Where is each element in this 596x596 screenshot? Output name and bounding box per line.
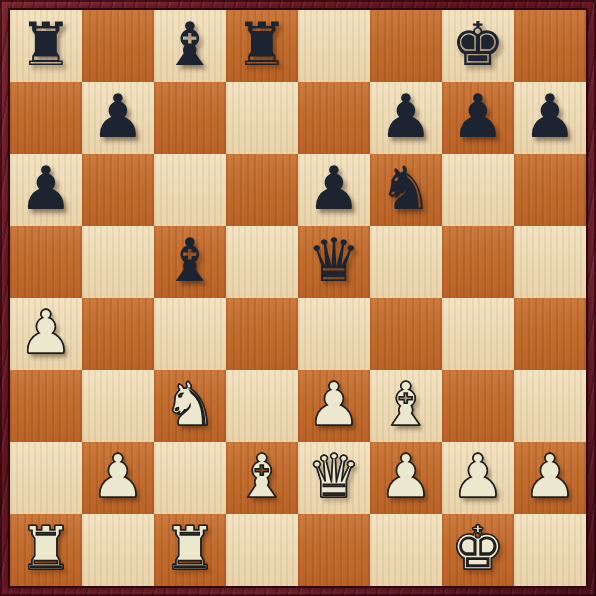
white-queen[interactable]: ♛ [298, 442, 370, 514]
square-f6[interactable]: ♞ [370, 154, 442, 226]
square-h1[interactable] [514, 514, 586, 586]
square-d7[interactable] [226, 82, 298, 154]
black-pawn[interactable]: ♟ [370, 82, 442, 154]
square-f1[interactable] [370, 514, 442, 586]
black-pawn[interactable]: ♟ [514, 82, 586, 154]
square-g6[interactable] [442, 154, 514, 226]
square-c5[interactable]: ♝ [154, 226, 226, 298]
square-d2[interactable]: ♝ [226, 442, 298, 514]
square-a6[interactable]: ♟ [10, 154, 82, 226]
square-g7[interactable]: ♟ [442, 82, 514, 154]
square-f5[interactable] [370, 226, 442, 298]
white-rook[interactable]: ♜ [154, 514, 226, 586]
white-pawn[interactable]: ♟ [370, 442, 442, 514]
white-pawn[interactable]: ♟ [514, 442, 586, 514]
square-b5[interactable] [82, 226, 154, 298]
square-c8[interactable]: ♝ [154, 10, 226, 82]
square-c4[interactable] [154, 298, 226, 370]
square-e1[interactable] [298, 514, 370, 586]
square-g1[interactable]: ♚ [442, 514, 514, 586]
square-e7[interactable] [298, 82, 370, 154]
square-b1[interactable] [82, 514, 154, 586]
square-d1[interactable] [226, 514, 298, 586]
square-c2[interactable] [154, 442, 226, 514]
square-f4[interactable] [370, 298, 442, 370]
square-b7[interactable]: ♟ [82, 82, 154, 154]
white-pawn[interactable]: ♟ [442, 442, 514, 514]
black-rook[interactable]: ♜ [226, 10, 298, 82]
black-pawn[interactable]: ♟ [298, 154, 370, 226]
square-d8[interactable]: ♜ [226, 10, 298, 82]
square-a8[interactable]: ♜ [10, 10, 82, 82]
square-a1[interactable]: ♜ [10, 514, 82, 586]
square-d6[interactable] [226, 154, 298, 226]
square-b6[interactable] [82, 154, 154, 226]
square-g8[interactable]: ♚ [442, 10, 514, 82]
square-c7[interactable] [154, 82, 226, 154]
square-b4[interactable] [82, 298, 154, 370]
square-d4[interactable] [226, 298, 298, 370]
black-rook[interactable]: ♜ [10, 10, 82, 82]
white-pawn[interactable]: ♟ [82, 442, 154, 514]
square-e4[interactable] [298, 298, 370, 370]
square-h7[interactable]: ♟ [514, 82, 586, 154]
black-pawn[interactable]: ♟ [442, 82, 514, 154]
white-bishop[interactable]: ♝ [226, 442, 298, 514]
board-frame: ♜♝♜♚♟♟♟♟♟♟♞♝♛♟♞♟♝♟♝♛♟♟♟♜♜♚ [0, 0, 596, 596]
square-c6[interactable] [154, 154, 226, 226]
black-knight[interactable]: ♞ [370, 154, 442, 226]
square-e8[interactable] [298, 10, 370, 82]
white-pawn[interactable]: ♟ [10, 298, 82, 370]
square-a4[interactable]: ♟ [10, 298, 82, 370]
black-bishop[interactable]: ♝ [154, 226, 226, 298]
white-bishop[interactable]: ♝ [370, 370, 442, 442]
white-king[interactable]: ♚ [442, 514, 514, 586]
square-h5[interactable] [514, 226, 586, 298]
square-e3[interactable]: ♟ [298, 370, 370, 442]
chess-board: ♜♝♜♚♟♟♟♟♟♟♞♝♛♟♞♟♝♟♝♛♟♟♟♜♜♚ [10, 10, 586, 586]
square-d3[interactable] [226, 370, 298, 442]
square-g3[interactable] [442, 370, 514, 442]
square-c1[interactable]: ♜ [154, 514, 226, 586]
square-h3[interactable] [514, 370, 586, 442]
square-h4[interactable] [514, 298, 586, 370]
square-a7[interactable] [10, 82, 82, 154]
square-f7[interactable]: ♟ [370, 82, 442, 154]
square-f3[interactable]: ♝ [370, 370, 442, 442]
white-rook[interactable]: ♜ [10, 514, 82, 586]
black-pawn[interactable]: ♟ [10, 154, 82, 226]
square-b3[interactable] [82, 370, 154, 442]
square-a5[interactable] [10, 226, 82, 298]
square-c3[interactable]: ♞ [154, 370, 226, 442]
black-pawn[interactable]: ♟ [82, 82, 154, 154]
square-h8[interactable] [514, 10, 586, 82]
square-b2[interactable]: ♟ [82, 442, 154, 514]
square-a3[interactable] [10, 370, 82, 442]
square-b8[interactable] [82, 10, 154, 82]
black-bishop[interactable]: ♝ [154, 10, 226, 82]
square-e5[interactable]: ♛ [298, 226, 370, 298]
square-e2[interactable]: ♛ [298, 442, 370, 514]
black-queen[interactable]: ♛ [298, 226, 370, 298]
white-knight[interactable]: ♞ [154, 370, 226, 442]
square-f8[interactable] [370, 10, 442, 82]
square-e6[interactable]: ♟ [298, 154, 370, 226]
square-g4[interactable] [442, 298, 514, 370]
square-g2[interactable]: ♟ [442, 442, 514, 514]
square-g5[interactable] [442, 226, 514, 298]
square-d5[interactable] [226, 226, 298, 298]
square-a2[interactable] [10, 442, 82, 514]
white-pawn[interactable]: ♟ [298, 370, 370, 442]
black-king[interactable]: ♚ [442, 10, 514, 82]
square-h2[interactable]: ♟ [514, 442, 586, 514]
square-f2[interactable]: ♟ [370, 442, 442, 514]
square-h6[interactable] [514, 154, 586, 226]
